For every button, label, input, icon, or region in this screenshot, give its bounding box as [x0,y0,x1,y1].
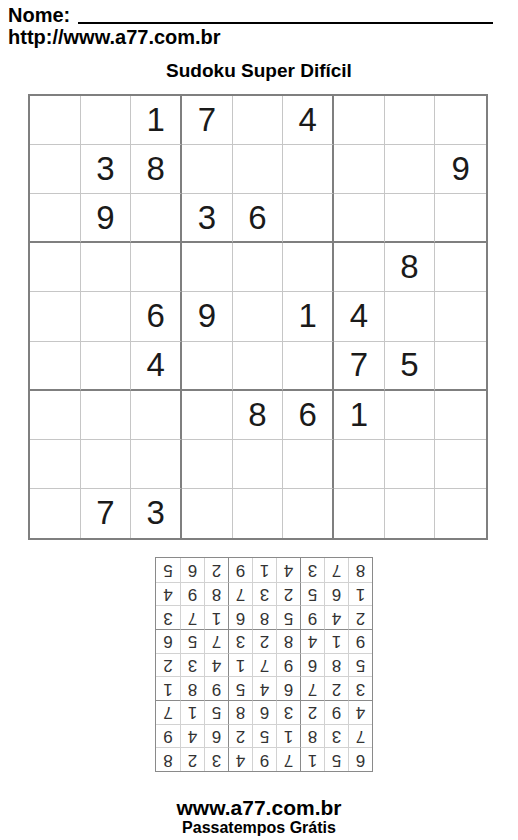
puzzle-cell-r2c7 [334,145,385,194]
solution-cell-r9c2: 7 [324,558,348,582]
puzzle-cell-r3c5: 6 [233,194,284,243]
solution-cell-r1c2: 5 [324,747,348,771]
solution-cell-r6c8: 5 [180,629,204,653]
solution-cell-r2c9: 9 [156,724,180,748]
puzzle-cell-r1c5 [233,96,284,145]
puzzle-cell-r7c2 [81,391,132,440]
solution-cell-r7c7: 1 [204,605,228,629]
solution-cell-r2c8: 4 [180,724,204,748]
solution-cell-r5c9: 2 [156,653,180,677]
solution-cell-r2c5: 5 [252,724,276,748]
puzzle-cell-r5c3: 6 [131,292,182,341]
puzzle-cell-r1c6: 4 [283,96,334,145]
puzzle-cell-r6c3: 4 [131,342,182,391]
puzzle-cell-r9c9 [435,489,486,538]
puzzle-cell-r6c7: 7 [334,342,385,391]
solution-cell-r7c4: 5 [276,605,300,629]
puzzle-cell-r9c5 [233,489,284,538]
puzzle-cell-r7c9 [435,391,486,440]
puzzle-cell-r9c4 [182,489,233,538]
puzzle-cell-r1c8 [385,96,436,145]
puzzle-cell-r7c1 [30,391,81,440]
puzzle-cell-r4c8: 8 [385,243,436,292]
solution-cell-r8c6: 7 [228,582,252,606]
solution-cell-r5c5: 7 [252,653,276,677]
puzzle-cell-r2c3: 8 [131,145,182,194]
puzzle-cell-r8c5 [233,440,284,489]
solution-cell-r9c5: 1 [252,558,276,582]
site-url-text: http://www.a77.com.br [8,26,221,49]
puzzle-cell-r2c4 [182,145,233,194]
solution-cell-r3c9: 7 [156,700,180,724]
solution-cell-r7c2: 4 [324,605,348,629]
puzzle-cell-r5c5 [233,292,284,341]
solution-cell-r1c8: 2 [180,747,204,771]
puzzle-cell-r7c8 [385,391,436,440]
footer-site-text: www.a77.com.br [0,796,518,820]
solution-cell-r8c2: 6 [324,582,348,606]
puzzle-cell-r5c2 [81,292,132,341]
puzzle-cell-r3c2: 9 [81,194,132,243]
puzzle-cell-r6c8: 5 [385,342,436,391]
name-fill-line [78,2,493,24]
solution-cell-r9c1: 8 [348,558,372,582]
puzzle-cell-r3c7 [334,194,385,243]
puzzle-cell-r5c8 [385,292,436,341]
solution-cell-r4c8: 8 [180,676,204,700]
sudoku-solution-grid-upside-down: 6517943287381526494923685173276459815869… [155,557,373,772]
solution-cell-r1c1: 6 [348,747,372,771]
solution-cell-r6c1: 9 [348,629,372,653]
puzzle-cell-r4c6 [283,243,334,292]
solution-cell-r2c6: 2 [228,724,252,748]
puzzle-cell-r9c6 [283,489,334,538]
puzzle-cell-r1c3: 1 [131,96,182,145]
puzzle-cell-r8c1 [30,440,81,489]
solution-cell-r8c9: 4 [156,582,180,606]
solution-cell-r3c1: 4 [348,700,372,724]
solution-cell-r6c5: 2 [252,629,276,653]
puzzle-cell-r6c9 [435,342,486,391]
solution-cell-r9c4: 4 [276,558,300,582]
solution-cell-r7c3: 9 [300,605,324,629]
solution-cell-r7c8: 7 [180,605,204,629]
solution-cell-r5c8: 3 [180,653,204,677]
puzzle-cell-r3c1 [30,194,81,243]
puzzle-cell-r9c3: 3 [131,489,182,538]
puzzle-cell-r1c9 [435,96,486,145]
solution-cell-r3c5: 6 [252,700,276,724]
solution-cell-r8c7: 8 [204,582,228,606]
solution-cell-r7c5: 8 [252,605,276,629]
puzzle-cell-r4c2 [81,243,132,292]
puzzle-cell-r1c4: 7 [182,96,233,145]
puzzle-cell-r4c5 [233,243,284,292]
puzzle-cell-r4c1 [30,243,81,292]
puzzle-cell-r3c3 [131,194,182,243]
puzzle-cell-r3c8 [385,194,436,243]
solution-cell-r5c1: 5 [348,653,372,677]
puzzle-cell-r6c2 [81,342,132,391]
puzzle-cell-r5c4: 9 [182,292,233,341]
puzzle-cell-r5c9 [435,292,486,341]
solution-cell-r3c6: 8 [228,700,252,724]
puzzle-cell-r7c6: 6 [283,391,334,440]
solution-cell-r4c9: 1 [156,676,180,700]
puzzle-cell-r2c6 [283,145,334,194]
puzzle-cell-r5c6: 1 [283,292,334,341]
solution-cell-r1c9: 8 [156,747,180,771]
puzzle-cell-r7c7: 1 [334,391,385,440]
puzzle-cell-r8c7 [334,440,385,489]
puzzle-cell-r2c9: 9 [435,145,486,194]
solution-cell-r1c3: 1 [300,747,324,771]
solution-cell-r5c2: 8 [324,653,348,677]
solution-cell-r3c7: 5 [204,700,228,724]
puzzle-cell-r4c4 [182,243,233,292]
puzzle-cell-r2c5 [233,145,284,194]
puzzle-cell-r7c4 [182,391,233,440]
solution-cell-r9c8: 6 [180,558,204,582]
puzzle-cell-r4c7 [334,243,385,292]
solution-cell-r8c5: 3 [252,582,276,606]
solution-cell-r6c3: 4 [300,629,324,653]
puzzle-cell-r5c1 [30,292,81,341]
solution-cell-r2c2: 3 [324,724,348,748]
puzzle-cell-r3c9 [435,194,486,243]
solution-cell-r4c3: 7 [300,676,324,700]
solution-cell-r9c3: 3 [300,558,324,582]
solution-cell-r7c9: 3 [156,605,180,629]
solution-cell-r9c6: 9 [228,558,252,582]
solution-cell-r8c3: 5 [300,582,324,606]
puzzle-cell-r3c4: 3 [182,194,233,243]
solution-cell-r3c3: 2 [300,700,324,724]
puzzle-cell-r9c2: 7 [81,489,132,538]
solution-cell-r3c2: 9 [324,700,348,724]
puzzle-cell-r8c4 [182,440,233,489]
puzzle-cell-r8c9 [435,440,486,489]
solution-cell-r1c4: 7 [276,747,300,771]
puzzle-cell-r6c6 [283,342,334,391]
solution-cell-r1c6: 4 [228,747,252,771]
puzzle-cell-r1c7 [334,96,385,145]
solution-cell-r7c1: 2 [348,605,372,629]
solution-cell-r3c4: 3 [276,700,300,724]
solution-cell-r5c7: 4 [204,653,228,677]
solution-cell-r2c1: 7 [348,724,372,748]
solution-cell-r6c2: 1 [324,629,348,653]
puzzle-cell-r6c4 [182,342,233,391]
solution-cell-r3c8: 1 [180,700,204,724]
puzzle-cell-r8c2 [81,440,132,489]
sudoku-puzzle-grid: 1743899368691447586173 [28,94,488,540]
puzzle-cell-r4c9 [435,243,486,292]
puzzle-cell-r5c7: 4 [334,292,385,341]
solution-cell-r4c7: 9 [204,676,228,700]
puzzle-cell-r9c7 [334,489,385,538]
puzzle-cell-r7c3 [131,391,182,440]
solution-cell-r9c9: 5 [156,558,180,582]
puzzle-cell-r2c8 [385,145,436,194]
solution-cell-r7c6: 6 [228,605,252,629]
puzzle-cell-r6c1 [30,342,81,391]
solution-cell-r5c3: 6 [300,653,324,677]
puzzle-cell-r3c6 [283,194,334,243]
solution-cell-r4c5: 4 [252,676,276,700]
solution-cell-r1c5: 9 [252,747,276,771]
solution-cell-r1c7: 3 [204,747,228,771]
puzzle-cell-r9c8 [385,489,436,538]
puzzle-cell-r1c1 [30,96,81,145]
solution-cell-r8c8: 9 [180,582,204,606]
solution-cell-r4c4: 6 [276,676,300,700]
solution-cell-r4c1: 3 [348,676,372,700]
solution-cell-r5c4: 9 [276,653,300,677]
printable-sudoku-page: Nome: http://www.a77.com.br Sudoku Super… [0,0,518,840]
puzzle-cell-r8c3 [131,440,182,489]
puzzle-cell-r2c2: 3 [81,145,132,194]
puzzle-cell-r6c5 [233,342,284,391]
puzzle-cell-r4c3 [131,243,182,292]
solution-cell-r8c1: 1 [348,582,372,606]
solution-cell-r8c4: 2 [276,582,300,606]
solution-cell-r4c2: 2 [324,676,348,700]
puzzle-cell-r8c6 [283,440,334,489]
page-title: Sudoku Super Difícil [0,60,518,82]
name-label: Nome: [8,4,70,27]
solution-cell-r2c7: 6 [204,724,228,748]
puzzle-cell-r8c8 [385,440,436,489]
footer-tagline-text: Passatempos Grátis [0,819,518,837]
puzzle-cell-r1c2 [81,96,132,145]
solution-cell-r6c4: 8 [276,629,300,653]
solution-cell-r2c3: 8 [300,724,324,748]
puzzle-cell-r2c1 [30,145,81,194]
solution-cell-r6c9: 6 [156,629,180,653]
solution-cell-r5c6: 1 [228,653,252,677]
solution-cell-r6c7: 7 [204,629,228,653]
puzzle-cell-r9c1 [30,489,81,538]
solution-cell-r9c7: 2 [204,558,228,582]
puzzle-cell-r7c5: 8 [233,391,284,440]
solution-cell-r4c6: 5 [228,676,252,700]
solution-cell-r2c4: 1 [276,724,300,748]
solution-cell-r6c6: 3 [228,629,252,653]
